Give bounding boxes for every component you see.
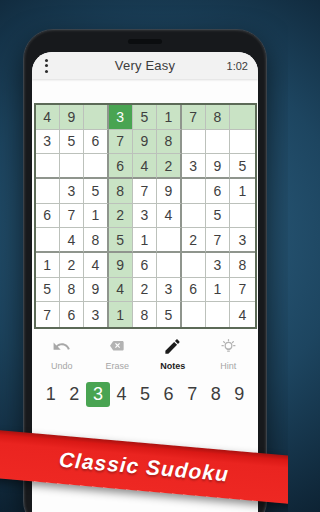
sudoku-cell-r1c2[interactable]: 9 [60,105,84,130]
sudoku-cell-r2c7[interactable] [182,130,206,155]
sudoku-cell-r5c1[interactable]: 6 [36,204,60,229]
banner-text: Classic Sudoku [58,448,230,487]
sudoku-cell-r9c5[interactable]: 8 [133,302,157,327]
sudoku-cell-r2c8[interactable] [206,130,230,155]
sudoku-cell-r1c6[interactable]: 1 [157,105,181,130]
sudoku-cell-r9c1[interactable]: 7 [36,302,60,327]
sudoku-cell-r2c5[interactable]: 9 [133,130,157,155]
sudoku-cell-r6c2[interactable]: 4 [60,228,84,253]
sudoku-cell-r5c9[interactable] [230,204,254,229]
sudoku-cell-r2c3[interactable]: 6 [84,130,108,155]
sudoku-cell-r7c9[interactable]: 8 [230,253,254,278]
notes-label: Notes [160,361,185,371]
sudoku-cell-r6c9[interactable]: 3 [230,228,254,253]
sudoku-board: 4935178356798642395358796167123454851273… [34,103,257,329]
numpad-4[interactable]: 4 [110,382,134,407]
kebab-menu-icon[interactable] [43,57,50,75]
numpad-1[interactable]: 1 [39,382,63,407]
sudoku-cell-r9c7[interactable] [182,302,206,327]
sudoku-cell-r9c6[interactable]: 5 [157,302,181,327]
sudoku-cell-r5c7[interactable] [182,204,206,229]
toolbar: Undo Erase Notes [32,337,258,371]
sudoku-cell-r3c9[interactable]: 5 [230,154,254,179]
sudoku-cell-r8c2[interactable]: 8 [60,278,84,303]
game-timer: 1:02 [227,60,248,72]
sudoku-cell-r6c7[interactable]: 2 [182,228,206,253]
app-bar: Very Easy 1:02 [32,52,258,79]
sudoku-cell-r1c8[interactable]: 8 [206,105,230,130]
sudoku-cell-r3c3[interactable] [84,154,108,179]
sudoku-cell-r4c3[interactable]: 5 [84,179,108,204]
sudoku-cell-r8c8[interactable]: 1 [206,278,230,303]
sudoku-cell-r6c6[interactable] [157,228,181,253]
sudoku-cell-r1c9[interactable] [230,105,254,130]
sudoku-cell-r8c5[interactable]: 2 [133,278,157,303]
sudoku-cell-r1c4[interactable]: 3 [109,105,133,130]
hint-label: Hint [220,361,236,371]
sudoku-cell-r5c3[interactable]: 1 [84,204,108,229]
sudoku-cell-r6c4[interactable]: 5 [109,228,133,253]
numpad-9[interactable]: 9 [228,382,252,407]
sudoku-cell-r3c4[interactable]: 6 [109,154,133,179]
sudoku-cell-r7c2[interactable]: 2 [60,253,84,278]
sudoku-cell-r7c7[interactable] [182,253,206,278]
sudoku-cell-r4c7[interactable] [182,179,206,204]
notes-button[interactable]: Notes [145,337,201,371]
erase-button[interactable]: Erase [90,337,146,371]
hint-button[interactable]: Hint [201,337,257,371]
sudoku-cell-r2c4[interactable]: 7 [109,130,133,155]
sudoku-cell-r3c6[interactable]: 2 [157,154,181,179]
sudoku-cell-r5c5[interactable]: 3 [133,204,157,229]
sudoku-cell-r4c1[interactable] [36,179,60,204]
sudoku-cell-r6c5[interactable]: 1 [133,228,157,253]
sudoku-cell-r8c1[interactable]: 5 [36,278,60,303]
sudoku-cell-r5c8[interactable]: 5 [206,204,230,229]
lightbulb-icon [219,337,238,360]
sudoku-cell-r4c6[interactable]: 9 [157,179,181,204]
numpad-8[interactable]: 8 [204,382,228,407]
sudoku-cell-r9c9[interactable]: 4 [230,302,254,327]
sudoku-cell-r8c7[interactable]: 6 [182,278,206,303]
sudoku-cell-r4c9[interactable]: 1 [230,179,254,204]
sudoku-cell-r3c5[interactable]: 4 [133,154,157,179]
sudoku-cell-r2c1[interactable]: 3 [36,130,60,155]
sudoku-cell-r3c1[interactable] [36,154,60,179]
sudoku-cell-r3c8[interactable]: 9 [206,154,230,179]
number-pad: 123456789 [32,382,258,407]
phone-speaker [128,39,162,44]
sudoku-cell-r5c4[interactable]: 2 [109,204,133,229]
numpad-2[interactable]: 2 [63,382,87,407]
erase-label: Erase [105,361,129,371]
sudoku-cell-r7c4[interactable]: 9 [109,253,133,278]
sudoku-cell-r4c5[interactable]: 7 [133,179,157,204]
backspace-icon [108,337,127,360]
undo-label: Undo [51,361,73,371]
numpad-7[interactable]: 7 [180,382,204,407]
sudoku-cell-r7c8[interactable]: 3 [206,253,230,278]
sudoku-cell-r1c3[interactable] [84,105,108,130]
sudoku-cell-r7c5[interactable]: 6 [133,253,157,278]
sudoku-cell-r9c2[interactable]: 6 [60,302,84,327]
sudoku-cell-r1c5[interactable]: 5 [133,105,157,130]
sudoku-cell-r9c4[interactable]: 1 [109,302,133,327]
undo-button[interactable]: Undo [34,337,90,371]
sudoku-cell-r5c2[interactable]: 7 [60,204,84,229]
sudoku-cell-r9c8[interactable] [206,302,230,327]
sudoku-cell-r7c1[interactable]: 1 [36,253,60,278]
sudoku-cell-r1c1[interactable]: 4 [36,105,60,130]
undo-arrow-icon [52,337,71,360]
pencil-icon [163,337,182,360]
sudoku-cell-r6c8[interactable]: 7 [206,228,230,253]
sudoku-cell-r4c2[interactable]: 3 [60,179,84,204]
sudoku-cell-r2c6[interactable]: 8 [157,130,181,155]
sudoku-cell-r9c3[interactable]: 3 [84,302,108,327]
numpad-6[interactable]: 6 [157,382,181,407]
sudoku-cell-r6c3[interactable]: 8 [84,228,108,253]
sudoku-cell-r6c1[interactable] [36,228,60,253]
sudoku-cell-r7c6[interactable] [157,253,181,278]
sudoku-cell-r8c3[interactable]: 9 [84,278,108,303]
sudoku-cell-r2c9[interactable] [230,130,254,155]
sudoku-cell-r4c8[interactable]: 6 [206,179,230,204]
sudoku-cell-r2c2[interactable]: 5 [60,130,84,155]
sudoku-cell-r8c4[interactable]: 4 [109,278,133,303]
numpad-5[interactable]: 5 [133,382,157,407]
numpad-3[interactable]: 3 [86,382,110,407]
sudoku-cell-r5c6[interactable]: 4 [157,204,181,229]
sudoku-cell-r8c6[interactable]: 3 [157,278,181,303]
sudoku-cell-r3c7[interactable]: 3 [182,154,206,179]
sudoku-cell-r3c2[interactable] [60,154,84,179]
app-background: { "game": "sudoku", "app": { "title": "V… [0,0,288,512]
sudoku-cell-r1c7[interactable]: 7 [182,105,206,130]
sudoku-cell-r8c9[interactable]: 7 [230,278,254,303]
page-title: Very Easy [115,58,175,73]
sudoku-cell-r7c3[interactable]: 4 [84,253,108,278]
sudoku-cell-r4c4[interactable]: 8 [109,179,133,204]
